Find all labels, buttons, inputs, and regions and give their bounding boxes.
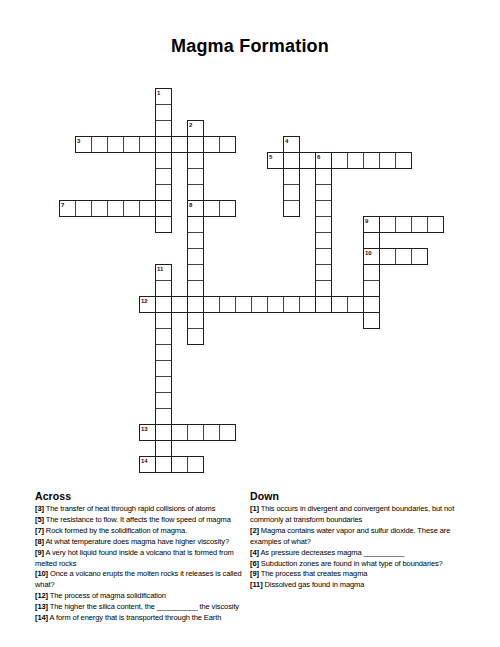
clue-number-label: [3] [35, 504, 44, 513]
cell-r10c20[interactable] [379, 248, 396, 265]
cell-r4c6[interactable] [155, 152, 172, 169]
cell-r8c6[interactable] [155, 216, 172, 233]
cell-r13c15[interactable] [299, 296, 316, 313]
cell-r21c5[interactable] [139, 424, 156, 441]
cell-r8c20[interactable] [379, 216, 396, 233]
cell-r14c8[interactable] [187, 312, 204, 329]
cell-r13c12[interactable] [251, 296, 268, 313]
cell-r7c4[interactable] [123, 200, 140, 217]
cell-r3c9[interactable] [203, 136, 220, 153]
clue-down-2: [2] Magma contains water vapor and sulfu… [250, 526, 455, 548]
cell-r3c8[interactable] [187, 136, 204, 153]
cell-r11c16[interactable] [315, 264, 332, 281]
cell-r8c21[interactable] [395, 216, 412, 233]
cell-r2c8[interactable] [187, 120, 204, 137]
cell-r9c19[interactable] [363, 232, 380, 249]
cell-r3c6[interactable] [155, 136, 172, 153]
cell-r9c16[interactable] [315, 232, 332, 249]
cell-r9c8[interactable] [187, 232, 204, 249]
clue-across-8: [8] At what temperature does magma have … [35, 537, 251, 548]
cell-r14c19[interactable] [363, 312, 380, 329]
across-header: Across [35, 490, 251, 502]
down-clues-section: Down [1] This occurs in divergent and co… [250, 490, 455, 591]
cell-r8c16[interactable] [315, 216, 332, 233]
cell-r7c3[interactable] [107, 200, 124, 217]
cell-r13c13[interactable] [267, 296, 284, 313]
cell-r4c15[interactable] [299, 152, 316, 169]
clue-down-6: [6] Subduction zones are found in what t… [250, 559, 455, 570]
cell-r13c8[interactable] [187, 296, 204, 313]
cell-r12c19[interactable] [363, 280, 380, 297]
cell-r15c6[interactable] [155, 328, 172, 345]
cell-r4c13[interactable] [267, 152, 284, 169]
cell-r13c18[interactable] [347, 296, 364, 313]
cell-r13c11[interactable] [235, 296, 252, 313]
clue-across-12: [12] The process of magma solidification [35, 591, 251, 602]
cell-r7c6[interactable] [155, 200, 172, 217]
cell-r14c6[interactable] [155, 312, 172, 329]
cell-r4c18[interactable] [347, 152, 364, 169]
cell-r21c10[interactable] [219, 424, 236, 441]
down-clues-list: [1] This occurs in divergent and converg… [250, 504, 455, 591]
cell-r6c6[interactable] [155, 184, 172, 201]
cell-r11c19[interactable] [363, 264, 380, 281]
cell-r8c19[interactable] [363, 216, 380, 233]
cell-r21c6[interactable] [155, 424, 172, 441]
down-header: Down [250, 490, 455, 502]
cell-r4c20[interactable] [379, 152, 396, 169]
cell-r7c0[interactable] [59, 200, 76, 217]
cell-r10c16[interactable] [315, 248, 332, 265]
cell-r13c10[interactable] [219, 296, 236, 313]
cell-r8c8[interactable] [187, 216, 204, 233]
cell-r5c16[interactable] [315, 168, 332, 185]
across-clues-list: [3] The transfer of heat through rapid c… [35, 504, 251, 624]
cell-r18c6[interactable] [155, 376, 172, 393]
cell-r21c9[interactable] [203, 424, 220, 441]
cell-r7c8[interactable] [187, 200, 204, 217]
clue-number-label: [1] [250, 504, 259, 513]
cell-r4c21[interactable] [395, 152, 412, 169]
cell-r4c16[interactable] [315, 152, 332, 169]
cell-r4c17[interactable] [331, 152, 348, 169]
cell-r7c1[interactable] [75, 200, 92, 217]
cell-r11c8[interactable] [187, 264, 204, 281]
clue-across-3: [3] The transfer of heat through rapid c… [35, 504, 251, 515]
clue-number-label: [2] [250, 526, 259, 535]
cell-r3c14[interactable] [283, 136, 300, 153]
clue-down-9: [9] The process that creates magma [250, 569, 455, 580]
cell-r23c7[interactable] [171, 456, 188, 473]
clue-across-9: [9] A very hot liquid found inside a vol… [35, 548, 251, 570]
clue-across-14: [14] A form of energy that is transporte… [35, 613, 251, 624]
cell-r2c6[interactable] [155, 120, 172, 137]
cell-r3c3[interactable] [107, 136, 124, 153]
cell-r13c7[interactable] [171, 296, 188, 313]
clue-number-label: [12] [35, 591, 48, 600]
cell-r8c22[interactable] [411, 216, 428, 233]
cell-r3c2[interactable] [91, 136, 108, 153]
cell-r3c7[interactable] [171, 136, 188, 153]
cell-r15c8[interactable] [187, 328, 204, 345]
cell-r8c23[interactable] [427, 216, 444, 233]
cell-r10c22[interactable] [411, 248, 428, 265]
puzzle-title: Magma Formation [0, 36, 500, 57]
clue-number-label: [9] [35, 548, 44, 557]
clue-number-label: [14] [35, 613, 48, 622]
cell-r22c6[interactable] [155, 440, 172, 457]
clue-across-5: [5] The resistance to flow. It affects t… [35, 515, 251, 526]
clue-number-label: [8] [35, 537, 44, 546]
cell-r3c1[interactable] [75, 136, 92, 153]
cell-r4c19[interactable] [363, 152, 380, 169]
clue-down-1: [1] This occurs in divergent and converg… [250, 504, 455, 526]
cell-r12c16[interactable] [315, 280, 332, 297]
clue-number-label: [4] [250, 548, 259, 557]
cell-r5c14[interactable] [283, 168, 300, 185]
cell-r21c8[interactable] [187, 424, 204, 441]
clue-number-label: [11] [250, 580, 263, 589]
cell-r13c17[interactable] [331, 296, 348, 313]
cell-r13c6[interactable] [155, 296, 172, 313]
cell-r10c21[interactable] [395, 248, 412, 265]
cell-r7c9[interactable] [203, 200, 220, 217]
clue-number-label: [9] [250, 569, 259, 578]
cell-r10c8[interactable] [187, 248, 204, 265]
cell-r10c19[interactable] [363, 248, 380, 265]
cell-r7c14[interactable] [283, 200, 300, 217]
cell-r5c6[interactable] [155, 168, 172, 185]
cell-r7c2[interactable] [91, 200, 108, 217]
cell-r21c7[interactable] [171, 424, 188, 441]
cell-r7c10[interactable] [219, 200, 236, 217]
cell-r16c6[interactable] [155, 344, 172, 361]
clue-number-label: [5] [35, 515, 44, 524]
cell-r4c14[interactable] [283, 152, 300, 169]
cell-r4c8[interactable] [187, 152, 204, 169]
clue-across-10: [10] Once a volcano erupts the molten ro… [35, 569, 251, 591]
cell-r11c6[interactable] [155, 264, 172, 281]
clue-number-label: [7] [35, 526, 44, 535]
cell-r5c8[interactable] [187, 168, 204, 185]
cell-r17c6[interactable] [155, 360, 172, 377]
cell-r6c8[interactable] [187, 184, 204, 201]
cell-r7c16[interactable] [315, 200, 332, 217]
clue-down-4: [4] As pressure decreases magma ________… [250, 548, 455, 559]
clue-down-11: [11] Dissolved gas found in magma [250, 580, 455, 591]
cell-r13c19[interactable] [363, 296, 380, 313]
cell-r13c5[interactable] [139, 296, 156, 313]
clue-across-13: [13] The higher the silica content, the … [35, 602, 251, 613]
cell-r12c6[interactable] [155, 280, 172, 297]
cell-r3c4[interactable] [123, 136, 140, 153]
cell-r3c5[interactable] [139, 136, 156, 153]
cell-r13c14[interactable] [283, 296, 300, 313]
cell-r6c14[interactable] [283, 184, 300, 201]
cell-r0c6[interactable] [155, 88, 172, 105]
cell-r13c9[interactable] [203, 296, 220, 313]
cell-r23c5[interactable] [139, 456, 156, 473]
clue-number-label: [10] [35, 569, 48, 578]
cell-r6c16[interactable] [315, 184, 332, 201]
cell-r12c8[interactable] [187, 280, 204, 297]
cell-r23c6[interactable] [155, 456, 172, 473]
crossword-page: Magma Formation 3578910121314124611 Acro… [0, 0, 500, 647]
cell-r1c6[interactable] [155, 104, 172, 121]
cell-r3c10[interactable] [219, 136, 236, 153]
cell-r19c6[interactable] [155, 392, 172, 409]
cell-r20c6[interactable] [155, 408, 172, 425]
clue-number-label: [6] [250, 559, 259, 568]
clue-across-7: [7] Rock formed by the solidification of… [35, 526, 251, 537]
board: 3578910121314124611 [59, 88, 445, 474]
across-clues-section: Across [3] The transfer of heat through … [35, 490, 251, 624]
cell-r7c5[interactable] [139, 200, 156, 217]
cell-r23c8[interactable] [187, 456, 204, 473]
clue-number-label: [13] [35, 602, 48, 611]
cell-r13c16[interactable] [315, 296, 332, 313]
